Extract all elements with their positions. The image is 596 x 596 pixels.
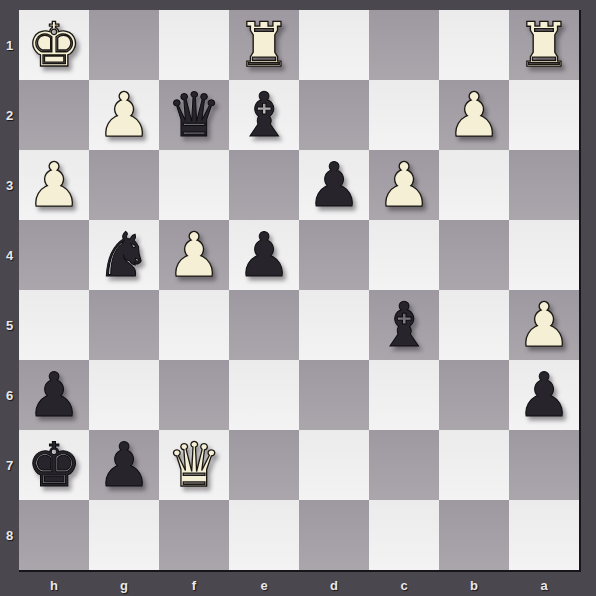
square-g4[interactable]: ♞: [89, 220, 159, 290]
file-label-c: c: [369, 574, 439, 596]
square-d1[interactable]: [299, 10, 369, 80]
square-d7[interactable]: [299, 430, 369, 500]
square-h2[interactable]: [19, 80, 89, 150]
square-g8[interactable]: [89, 500, 159, 570]
rank-label-5: 5: [0, 290, 19, 360]
square-h7[interactable]: ♚: [19, 430, 89, 500]
square-a4[interactable]: [509, 220, 579, 290]
square-f2[interactable]: ♛: [159, 80, 229, 150]
white-king-h1[interactable]: ♚: [19, 10, 89, 80]
square-a3[interactable]: [509, 150, 579, 220]
square-h1[interactable]: ♚: [19, 10, 89, 80]
square-b4[interactable]: [439, 220, 509, 290]
white-pawn-h3[interactable]: ♟: [19, 150, 89, 220]
white-queen-f7[interactable]: ♛: [159, 430, 229, 500]
square-g6[interactable]: [89, 360, 159, 430]
black-pawn-h6[interactable]: ♟: [19, 360, 89, 430]
square-f5[interactable]: [159, 290, 229, 360]
square-g3[interactable]: [89, 150, 159, 220]
file-label-b: b: [439, 574, 509, 596]
square-e8[interactable]: [229, 500, 299, 570]
black-pawn-e4[interactable]: ♟: [229, 220, 299, 290]
square-g1[interactable]: [89, 10, 159, 80]
square-h3[interactable]: ♟: [19, 150, 89, 220]
square-e2[interactable]: ♝: [229, 80, 299, 150]
file-label-e: e: [229, 574, 299, 596]
black-pawn-d3[interactable]: ♟: [299, 150, 369, 220]
square-f8[interactable]: [159, 500, 229, 570]
file-label-f: f: [159, 574, 229, 596]
square-b3[interactable]: [439, 150, 509, 220]
chess-board: ♚♜♜♟♛♝♟♟♟♟♞♟♟♝♟♟♟♚♟♛: [19, 10, 581, 572]
square-d6[interactable]: [299, 360, 369, 430]
rank-label-8: 8: [0, 500, 19, 570]
square-c4[interactable]: [369, 220, 439, 290]
square-g7[interactable]: ♟: [89, 430, 159, 500]
square-f7[interactable]: ♛: [159, 430, 229, 500]
rank-label-4: 4: [0, 220, 19, 290]
square-c8[interactable]: [369, 500, 439, 570]
square-h6[interactable]: ♟: [19, 360, 89, 430]
file-label-g: g: [89, 574, 159, 596]
rank-label-6: 6: [0, 360, 19, 430]
square-a8[interactable]: [509, 500, 579, 570]
square-f3[interactable]: [159, 150, 229, 220]
square-c5[interactable]: ♝: [369, 290, 439, 360]
square-a7[interactable]: [509, 430, 579, 500]
square-f4[interactable]: ♟: [159, 220, 229, 290]
square-b7[interactable]: [439, 430, 509, 500]
square-b8[interactable]: [439, 500, 509, 570]
black-bishop-e2[interactable]: ♝: [229, 80, 299, 150]
black-king-h7[interactable]: ♚: [19, 430, 89, 500]
square-a1[interactable]: ♜: [509, 10, 579, 80]
board-frame: ♚♜♜♟♛♝♟♟♟♟♞♟♟♝♟♟♟♚♟♛ 12345678 hgfedcba: [0, 0, 596, 596]
white-pawn-f4[interactable]: ♟: [159, 220, 229, 290]
square-c7[interactable]: [369, 430, 439, 500]
white-rook-e1[interactable]: ♜: [229, 10, 299, 80]
black-queen-f2[interactable]: ♛: [159, 80, 229, 150]
square-c3[interactable]: ♟: [369, 150, 439, 220]
square-f1[interactable]: [159, 10, 229, 80]
square-a2[interactable]: [509, 80, 579, 150]
square-e4[interactable]: ♟: [229, 220, 299, 290]
square-e7[interactable]: [229, 430, 299, 500]
square-a6[interactable]: ♟: [509, 360, 579, 430]
square-f6[interactable]: [159, 360, 229, 430]
square-c6[interactable]: [369, 360, 439, 430]
square-g2[interactable]: ♟: [89, 80, 159, 150]
square-b2[interactable]: ♟: [439, 80, 509, 150]
square-e6[interactable]: [229, 360, 299, 430]
rank-label-2: 2: [0, 80, 19, 150]
rank-label-3: 3: [0, 150, 19, 220]
white-pawn-g2[interactable]: ♟: [89, 80, 159, 150]
black-bishop-c5[interactable]: ♝: [369, 290, 439, 360]
square-d3[interactable]: ♟: [299, 150, 369, 220]
square-c2[interactable]: [369, 80, 439, 150]
square-h5[interactable]: [19, 290, 89, 360]
black-pawn-g7[interactable]: ♟: [89, 430, 159, 500]
file-label-a: a: [509, 574, 579, 596]
square-h8[interactable]: [19, 500, 89, 570]
square-a5[interactable]: ♟: [509, 290, 579, 360]
white-pawn-c3[interactable]: ♟: [369, 150, 439, 220]
white-pawn-a5[interactable]: ♟: [509, 290, 579, 360]
square-b5[interactable]: [439, 290, 509, 360]
square-e3[interactable]: [229, 150, 299, 220]
black-pawn-a6[interactable]: ♟: [509, 360, 579, 430]
square-b1[interactable]: [439, 10, 509, 80]
square-d2[interactable]: [299, 80, 369, 150]
square-g5[interactable]: [89, 290, 159, 360]
square-e1[interactable]: ♜: [229, 10, 299, 80]
rank-label-7: 7: [0, 430, 19, 500]
square-d8[interactable]: [299, 500, 369, 570]
file-label-d: d: [299, 574, 369, 596]
square-c1[interactable]: [369, 10, 439, 80]
square-d4[interactable]: [299, 220, 369, 290]
black-knight-g4[interactable]: ♞: [89, 220, 159, 290]
file-label-h: h: [19, 574, 89, 596]
square-d5[interactable]: [299, 290, 369, 360]
square-h4[interactable]: [19, 220, 89, 290]
white-rook-a1[interactable]: ♜: [509, 10, 579, 80]
rank-label-1: 1: [0, 10, 19, 80]
white-pawn-b2[interactable]: ♟: [439, 80, 509, 150]
square-b6[interactable]: [439, 360, 509, 430]
square-e5[interactable]: [229, 290, 299, 360]
